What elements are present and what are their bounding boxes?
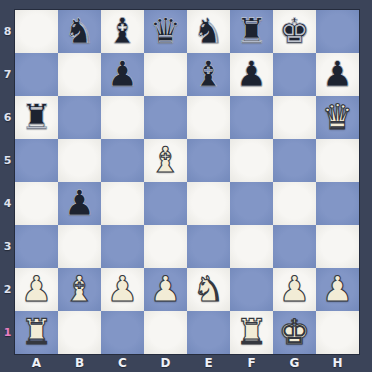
piece-black-king-g8[interactable]: ♚ — [273, 10, 316, 53]
square-e3[interactable] — [187, 225, 230, 268]
file-label-h: H — [316, 354, 359, 372]
piece-black-pawn-c7[interactable]: ♟ — [101, 53, 144, 96]
file-label-c: C — [101, 354, 144, 372]
square-g2[interactable]: ♟ — [273, 268, 316, 311]
piece-black-rook-f8[interactable]: ♜ — [230, 10, 273, 53]
piece-black-rook-a6[interactable]: ♜ — [15, 96, 58, 139]
square-b6[interactable] — [58, 96, 101, 139]
square-b4[interactable]: ♟ — [58, 182, 101, 225]
square-h4[interactable] — [316, 182, 359, 225]
square-d3[interactable] — [144, 225, 187, 268]
square-h6[interactable]: ♛ — [316, 96, 359, 139]
file-label-d: D — [144, 354, 187, 372]
square-h8[interactable] — [316, 10, 359, 53]
file-label-e: E — [187, 354, 230, 372]
square-f2[interactable] — [230, 268, 273, 311]
file-label-f: F — [230, 354, 273, 372]
square-e4[interactable] — [187, 182, 230, 225]
square-f8[interactable]: ♜ — [230, 10, 273, 53]
square-c7[interactable]: ♟ — [101, 53, 144, 96]
rank-label-4: 4 — [0, 182, 15, 225]
square-d4[interactable] — [144, 182, 187, 225]
square-c5[interactable] — [101, 139, 144, 182]
square-g8[interactable]: ♚ — [273, 10, 316, 53]
square-d6[interactable] — [144, 96, 187, 139]
square-b3[interactable] — [58, 225, 101, 268]
square-e5[interactable] — [187, 139, 230, 182]
square-a3[interactable] — [15, 225, 58, 268]
square-e8[interactable]: ♞ — [187, 10, 230, 53]
square-f7[interactable]: ♟ — [230, 53, 273, 96]
piece-black-pawn-h7[interactable]: ♟ — [316, 53, 359, 96]
rank-label-7: 7 — [0, 53, 15, 96]
square-g7[interactable] — [273, 53, 316, 96]
square-b7[interactable] — [58, 53, 101, 96]
piece-white-rook-f1[interactable]: ♜ — [230, 311, 273, 354]
square-e2[interactable]: ♞ — [187, 268, 230, 311]
file-label-a: A — [15, 354, 58, 372]
square-c1[interactable] — [101, 311, 144, 354]
file-label-b: B — [58, 354, 101, 372]
square-a1[interactable]: ♜ — [15, 311, 58, 354]
square-a2[interactable]: ♟ — [15, 268, 58, 311]
rank-label-3: 3 — [0, 225, 15, 268]
piece-black-queen-d8[interactable]: ♛ — [144, 10, 187, 53]
square-f6[interactable] — [230, 96, 273, 139]
square-c8[interactable]: ♝ — [101, 10, 144, 53]
square-g1[interactable]: ♚ — [273, 311, 316, 354]
piece-black-bishop-c8[interactable]: ♝ — [101, 10, 144, 53]
piece-black-pawn-b4[interactable]: ♟ — [58, 182, 101, 225]
square-b5[interactable] — [58, 139, 101, 182]
square-h1[interactable] — [316, 311, 359, 354]
square-d1[interactable] — [144, 311, 187, 354]
square-b1[interactable] — [58, 311, 101, 354]
rank-label-5: 5 — [0, 139, 15, 182]
square-c2[interactable]: ♟ — [101, 268, 144, 311]
piece-white-pawn-h2[interactable]: ♟ — [316, 268, 359, 311]
rank-label-1: 1 — [0, 311, 15, 354]
square-a7[interactable] — [15, 53, 58, 96]
square-d5[interactable]: ♝ — [144, 139, 187, 182]
square-h7[interactable]: ♟ — [316, 53, 359, 96]
square-f4[interactable] — [230, 182, 273, 225]
square-a5[interactable] — [15, 139, 58, 182]
piece-white-rook-a1[interactable]: ♜ — [15, 311, 58, 354]
file-labels: ABCDEFGH — [15, 354, 359, 372]
rank-label-2: 2 — [0, 268, 15, 311]
piece-white-pawn-c2[interactable]: ♟ — [101, 268, 144, 311]
piece-white-knight-e2[interactable]: ♞ — [187, 268, 230, 311]
piece-white-pawn-d2[interactable]: ♟ — [144, 268, 187, 311]
piece-white-queen-h6[interactable]: ♛ — [316, 96, 359, 139]
square-g4[interactable] — [273, 182, 316, 225]
square-a6[interactable]: ♜ — [15, 96, 58, 139]
piece-white-king-g1[interactable]: ♚ — [273, 311, 316, 354]
square-c4[interactable] — [101, 182, 144, 225]
square-c3[interactable] — [101, 225, 144, 268]
square-h3[interactable] — [316, 225, 359, 268]
piece-black-knight-e8[interactable]: ♞ — [187, 10, 230, 53]
chess-board-frame: 87654321 ♞♝♛♞♜♚♟♝♟♟♜♛♝♟♟♝♟♟♞♟♟♜♜♚ ABCDEF… — [0, 0, 372, 372]
square-g3[interactable] — [273, 225, 316, 268]
file-label-g: G — [273, 354, 316, 372]
piece-white-bishop-b2[interactable]: ♝ — [58, 268, 101, 311]
square-g6[interactable] — [273, 96, 316, 139]
piece-black-bishop-e7[interactable]: ♝ — [187, 53, 230, 96]
chess-board: ♞♝♛♞♜♚♟♝♟♟♜♛♝♟♟♝♟♟♞♟♟♜♜♚ — [15, 10, 359, 354]
square-c6[interactable] — [101, 96, 144, 139]
square-d2[interactable]: ♟ — [144, 268, 187, 311]
piece-white-pawn-g2[interactable]: ♟ — [273, 268, 316, 311]
rank-label-8: 8 — [0, 10, 15, 53]
square-b2[interactable]: ♝ — [58, 268, 101, 311]
square-d7[interactable] — [144, 53, 187, 96]
square-f3[interactable] — [230, 225, 273, 268]
square-h5[interactable] — [316, 139, 359, 182]
square-e6[interactable] — [187, 96, 230, 139]
rank-labels: 87654321 — [0, 10, 15, 354]
piece-black-knight-b8[interactable]: ♞ — [58, 10, 101, 53]
piece-white-pawn-a2[interactable]: ♟ — [15, 268, 58, 311]
square-d8[interactable]: ♛ — [144, 10, 187, 53]
square-e7[interactable]: ♝ — [187, 53, 230, 96]
square-h2[interactable]: ♟ — [316, 268, 359, 311]
square-a4[interactable] — [15, 182, 58, 225]
piece-black-pawn-f7[interactable]: ♟ — [230, 53, 273, 96]
rank-label-6: 6 — [0, 96, 15, 139]
square-f1[interactable]: ♜ — [230, 311, 273, 354]
square-g5[interactable] — [273, 139, 316, 182]
square-f5[interactable] — [230, 139, 273, 182]
square-e1[interactable] — [187, 311, 230, 354]
square-a8[interactable] — [15, 10, 58, 53]
piece-white-bishop-d5[interactable]: ♝ — [144, 139, 187, 182]
square-b8[interactable]: ♞ — [58, 10, 101, 53]
